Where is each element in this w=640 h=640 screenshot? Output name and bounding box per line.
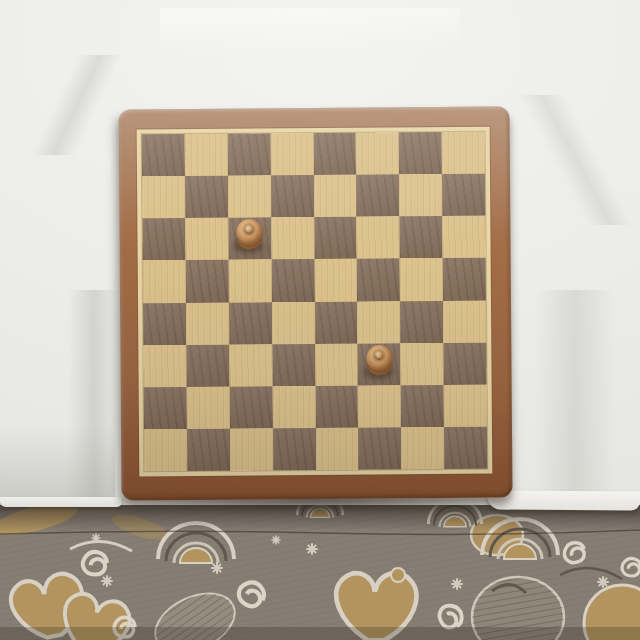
square-e5[interactable]: [314, 259, 357, 301]
square-d5[interactable]: [271, 259, 314, 301]
square-b6[interactable]: [185, 218, 228, 260]
square-d1[interactable]: [273, 428, 316, 470]
piece-tip: [245, 225, 254, 234]
square-c1[interactable]: [230, 428, 273, 470]
square-a3[interactable]: [143, 345, 186, 387]
cloth-edge: [0, 497, 122, 507]
white-pawn[interactable]: [233, 216, 267, 256]
square-d6[interactable]: [271, 217, 314, 259]
square-g6[interactable]: [400, 216, 443, 258]
square-d3[interactable]: [272, 344, 315, 386]
square-e2[interactable]: [315, 385, 358, 427]
square-c2[interactable]: [229, 386, 272, 428]
cloth-crease: [535, 290, 615, 500]
square-b3[interactable]: [186, 344, 229, 386]
square-c4[interactable]: [229, 302, 272, 344]
square-f2[interactable]: [358, 385, 401, 427]
square-e7[interactable]: [313, 175, 356, 217]
chess-board: [118, 106, 512, 500]
fabric-pattern-illustration: [0, 505, 640, 640]
cloth-crease: [505, 95, 640, 225]
square-b5[interactable]: [186, 260, 229, 302]
square-b1[interactable]: [187, 429, 230, 471]
square-g5[interactable]: [400, 258, 443, 300]
square-d4[interactable]: [272, 302, 315, 344]
square-g1[interactable]: [401, 427, 444, 469]
board-inlay-border: [137, 127, 493, 477]
square-f8[interactable]: [356, 132, 399, 174]
square-c7[interactable]: [228, 175, 271, 217]
photo-scene: [0, 0, 640, 640]
square-a4[interactable]: [143, 303, 186, 345]
square-f3[interactable]: [358, 343, 401, 385]
white-pawn[interactable]: [362, 342, 396, 382]
square-g7[interactable]: [399, 174, 442, 216]
square-h6[interactable]: [442, 216, 485, 258]
square-f7[interactable]: [356, 174, 399, 216]
square-g8[interactable]: [399, 132, 442, 174]
square-g4[interactable]: [400, 300, 443, 342]
square-d8[interactable]: [270, 133, 313, 175]
square-d2[interactable]: [272, 386, 315, 428]
square-a7[interactable]: [142, 176, 185, 218]
square-h7[interactable]: [442, 174, 485, 216]
square-h3[interactable]: [443, 342, 486, 384]
square-g3[interactable]: [401, 343, 444, 385]
square-c3[interactable]: [229, 344, 272, 386]
square-g2[interactable]: [401, 385, 444, 427]
square-c8[interactable]: [227, 133, 270, 175]
board-grid: [142, 132, 488, 472]
cloth-highlight: [160, 8, 460, 68]
square-f5[interactable]: [357, 259, 400, 301]
square-a6[interactable]: [142, 218, 185, 260]
square-b7[interactable]: [185, 176, 228, 218]
square-h4[interactable]: [443, 300, 486, 342]
square-e1[interactable]: [315, 428, 358, 470]
square-a1[interactable]: [144, 429, 187, 471]
square-e3[interactable]: [315, 343, 358, 385]
square-h1[interactable]: [444, 427, 487, 469]
patterned-fabric: [0, 505, 640, 640]
square-f4[interactable]: [357, 301, 400, 343]
square-f6[interactable]: [357, 217, 400, 259]
square-b2[interactable]: [187, 386, 230, 428]
cloth-edge: [487, 490, 640, 510]
piece-tip: [374, 351, 383, 360]
square-c5[interactable]: [228, 260, 271, 302]
square-e8[interactable]: [313, 133, 356, 175]
square-b4[interactable]: [186, 302, 229, 344]
square-a8[interactable]: [142, 134, 185, 176]
square-e6[interactable]: [314, 217, 357, 259]
square-a5[interactable]: [143, 260, 186, 302]
square-f1[interactable]: [358, 427, 401, 469]
square-h2[interactable]: [444, 384, 487, 426]
square-b8[interactable]: [185, 134, 228, 176]
square-e4[interactable]: [314, 301, 357, 343]
square-d7[interactable]: [271, 175, 314, 217]
square-h5[interactable]: [443, 258, 486, 300]
square-a2[interactable]: [144, 387, 187, 429]
square-c6[interactable]: [228, 218, 271, 260]
square-h8[interactable]: [442, 132, 485, 174]
cloth-crease: [68, 290, 120, 505]
